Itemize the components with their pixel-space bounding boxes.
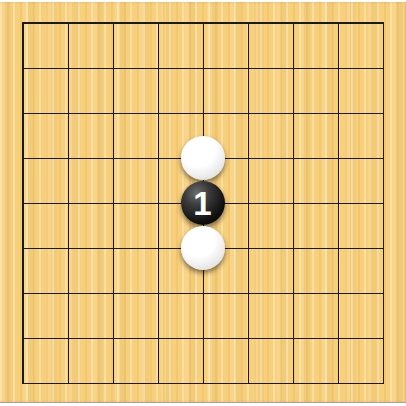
black-stone-move1-e5: 1 <box>181 181 225 225</box>
go-diagram: 1 <box>0 0 406 406</box>
white-stone-e4 <box>181 226 225 270</box>
move-number-label: 1 <box>193 187 211 220</box>
white-stone-e6 <box>181 136 225 180</box>
